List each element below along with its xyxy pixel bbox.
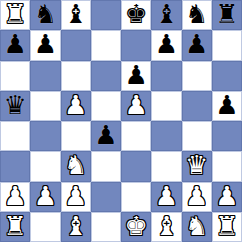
- square-b4[interactable]: [30, 121, 60, 151]
- square-h1[interactable]: ♜: [212, 212, 242, 242]
- square-a3[interactable]: [0, 151, 30, 181]
- black-knight[interactable]: ♞: [34, 1, 57, 27]
- square-a1[interactable]: ♜: [0, 212, 30, 242]
- square-g8[interactable]: ♞: [182, 0, 212, 30]
- square-b7[interactable]: ♟: [30, 30, 60, 60]
- square-g5[interactable]: [182, 91, 212, 121]
- square-g2[interactable]: ♟: [182, 182, 212, 212]
- white-knight[interactable]: ♞: [64, 152, 87, 178]
- white-rook[interactable]: ♜: [3, 213, 26, 239]
- square-e3[interactable]: [121, 151, 151, 181]
- white-bishop[interactable]: ♝: [64, 213, 87, 239]
- white-king[interactable]: ♚: [124, 213, 147, 239]
- black-rook[interactable]: ♜: [215, 1, 238, 27]
- black-pawn[interactable]: ♟: [215, 92, 238, 118]
- square-e7[interactable]: [121, 30, 151, 60]
- square-h4[interactable]: [212, 121, 242, 151]
- white-knight[interactable]: ♞: [185, 213, 208, 239]
- white-bishop[interactable]: ♝: [155, 213, 178, 239]
- square-a8[interactable]: ♜: [0, 0, 30, 30]
- square-h6[interactable]: [212, 61, 242, 91]
- square-b1[interactable]: [30, 212, 60, 242]
- square-h7[interactable]: [212, 30, 242, 60]
- square-d4[interactable]: ♟: [91, 121, 121, 151]
- square-f6[interactable]: [151, 61, 181, 91]
- black-queen[interactable]: ♛: [3, 92, 26, 118]
- black-pawn[interactable]: ♟: [124, 62, 147, 88]
- square-e5[interactable]: ♟: [121, 91, 151, 121]
- square-f1[interactable]: ♝: [151, 212, 181, 242]
- white-pawn[interactable]: ♟: [155, 183, 178, 209]
- square-d3[interactable]: [91, 151, 121, 181]
- square-h3[interactable]: [212, 151, 242, 181]
- square-f4[interactable]: [151, 121, 181, 151]
- square-h2[interactable]: ♟: [212, 182, 242, 212]
- white-rook[interactable]: ♜: [215, 213, 238, 239]
- square-f2[interactable]: ♟: [151, 182, 181, 212]
- square-b8[interactable]: ♞: [30, 0, 60, 30]
- square-c2[interactable]: ♟: [61, 182, 91, 212]
- black-king[interactable]: ♚: [124, 1, 147, 27]
- square-f5[interactable]: [151, 91, 181, 121]
- white-pawn[interactable]: ♟: [215, 183, 238, 209]
- square-d6[interactable]: [91, 61, 121, 91]
- square-g4[interactable]: [182, 121, 212, 151]
- square-g7[interactable]: ♟: [182, 30, 212, 60]
- black-pawn[interactable]: ♟: [3, 31, 26, 57]
- black-bishop[interactable]: ♝: [64, 1, 87, 27]
- square-d8[interactable]: [91, 0, 121, 30]
- square-a2[interactable]: ♟: [0, 182, 30, 212]
- square-b2[interactable]: ♟: [30, 182, 60, 212]
- black-pawn[interactable]: ♟: [185, 31, 208, 57]
- square-e1[interactable]: ♚: [121, 212, 151, 242]
- black-pawn[interactable]: ♟: [94, 122, 117, 148]
- white-pawn[interactable]: ♟: [64, 92, 87, 118]
- white-queen[interactable]: ♛: [185, 152, 208, 178]
- square-b5[interactable]: [30, 91, 60, 121]
- square-a5[interactable]: ♛: [0, 91, 30, 121]
- square-d1[interactable]: [91, 212, 121, 242]
- square-c8[interactable]: ♝: [61, 0, 91, 30]
- square-g3[interactable]: ♛: [182, 151, 212, 181]
- square-e4[interactable]: [121, 121, 151, 151]
- square-e8[interactable]: ♚: [121, 0, 151, 30]
- square-h5[interactable]: ♟: [212, 91, 242, 121]
- square-c7[interactable]: [61, 30, 91, 60]
- square-c3[interactable]: ♞: [61, 151, 91, 181]
- white-rook[interactable]: ♜: [3, 1, 26, 27]
- square-h8[interactable]: ♜: [212, 0, 242, 30]
- square-e6[interactable]: ♟: [121, 61, 151, 91]
- square-e2[interactable]: [121, 182, 151, 212]
- chess-board: ♜♞♝♚♝♞♜♟♟♟♟♟♛♟♟♟♟♞♛♟♟♟♟♟♟♜♝♚♝♞♜: [0, 0, 242, 242]
- square-c5[interactable]: ♟: [61, 91, 91, 121]
- square-c4[interactable]: [61, 121, 91, 151]
- white-pawn[interactable]: ♟: [34, 183, 57, 209]
- square-g6[interactable]: [182, 61, 212, 91]
- square-f7[interactable]: ♟: [151, 30, 181, 60]
- black-pawn[interactable]: ♟: [34, 31, 57, 57]
- square-d2[interactable]: [91, 182, 121, 212]
- square-c6[interactable]: [61, 61, 91, 91]
- square-d7[interactable]: [91, 30, 121, 60]
- square-f8[interactable]: ♝: [151, 0, 181, 30]
- square-d5[interactable]: [91, 91, 121, 121]
- square-a7[interactable]: ♟: [0, 30, 30, 60]
- square-a4[interactable]: [0, 121, 30, 151]
- white-pawn[interactable]: ♟: [185, 183, 208, 209]
- black-bishop[interactable]: ♝: [155, 1, 178, 27]
- white-pawn[interactable]: ♟: [3, 183, 26, 209]
- square-b6[interactable]: [30, 61, 60, 91]
- square-b3[interactable]: [30, 151, 60, 181]
- black-knight[interactable]: ♞: [185, 1, 208, 27]
- white-pawn[interactable]: ♟: [124, 92, 147, 118]
- square-a6[interactable]: [0, 61, 30, 91]
- black-pawn[interactable]: ♟: [155, 31, 178, 57]
- square-c1[interactable]: ♝: [61, 212, 91, 242]
- square-g1[interactable]: ♞: [182, 212, 212, 242]
- white-pawn[interactable]: ♟: [64, 183, 87, 209]
- square-f3[interactable]: [151, 151, 181, 181]
